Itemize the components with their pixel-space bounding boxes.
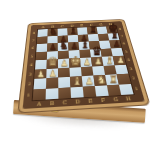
black-pawn: ♟ [112, 40, 119, 48]
square-g4: ♝ [102, 56, 115, 65]
square-e6: ♝ [78, 41, 89, 49]
square-d8: ♝ [67, 28, 77, 35]
square-f4: ♟ [91, 57, 103, 66]
white-king: ♚ [70, 55, 81, 67]
black-knight: ♞ [49, 27, 57, 36]
file-label: B [45, 99, 58, 107]
rank-label: 4 [124, 55, 133, 64]
white-pawn: ♟ [60, 59, 68, 68]
square-c3 [58, 67, 70, 77]
square-f8: ♜ [87, 27, 98, 34]
file-label: E [84, 97, 98, 105]
white-bishop: ♝ [72, 76, 82, 87]
white-queen: ♛ [47, 56, 58, 68]
black-bishop: ♝ [69, 26, 77, 35]
black-pawn: ♟ [49, 43, 56, 51]
square-b1 [46, 88, 59, 100]
square-h6: ♟ [109, 40, 121, 48]
square-d2: ♝ [70, 76, 83, 87]
square-d1 [70, 86, 83, 98]
white-pawn: ♟ [116, 56, 124, 65]
square-c6: ♞ [58, 42, 69, 50]
white-pawn: ♟ [83, 58, 91, 67]
square-c4: ♟ [58, 59, 70, 68]
file-label: D [71, 98, 84, 106]
black-rook: ♜ [89, 26, 96, 34]
square-h1 [119, 84, 134, 95]
white-pawn: ♟ [36, 69, 44, 78]
file-label: C [58, 98, 71, 106]
square-e4: ♟ [80, 57, 92, 66]
file-label: F [96, 96, 110, 104]
square-d6: ♟ [68, 42, 79, 50]
rank-label: 1 [24, 89, 33, 101]
white-pawn: ♟ [85, 77, 93, 86]
square-f2: ♞ [93, 75, 106, 86]
square-b3: ♟ [46, 68, 58, 78]
rank-label: 2 [25, 79, 34, 90]
white-bishop: ♝ [104, 55, 113, 65]
square-g2: ♜ [105, 74, 119, 85]
white-pawn: ♟ [48, 69, 56, 78]
square-e2: ♟ [82, 76, 95, 87]
square-h4: ♟ [113, 56, 126, 65]
black-pawn: ♟ [70, 42, 77, 50]
square-b6: ♟ [47, 43, 58, 51]
square-a1 [33, 88, 46, 100]
white-knight: ♞ [96, 74, 106, 85]
chess-board: ♞♝♜♚♟♟♜♟♞♟♝♟♛♛♟♚♟♟♝♟♟♟♝♟♞♜ [33, 26, 134, 100]
square-b8: ♞ [48, 29, 58, 36]
scene: ABCDEFGH ABCDEFGH 87654321 87654321 ♞♝♜♚… [0, 0, 160, 160]
square-f1 [95, 85, 109, 96]
board-frame: ABCDEFGH ABCDEFGH 87654321 87654321 ♞♝♜♚… [23, 21, 145, 109]
white-pawn: ♟ [94, 57, 102, 66]
product-photo: ABCDEFGH ABCDEFGH 87654321 87654321 ♞♝♜♚… [0, 0, 160, 160]
black-bishop: ♝ [80, 40, 89, 50]
file-label: G [109, 95, 123, 103]
file-label: A [32, 100, 45, 108]
square-d4: ♚ [69, 58, 81, 67]
square-c1 [58, 87, 71, 99]
square-a6 [36, 44, 47, 52]
rank-label: 3 [26, 69, 34, 79]
square-a2 [34, 78, 47, 89]
file-label: H [121, 95, 135, 103]
white-rook: ♜ [108, 75, 117, 85]
square-a3: ♟ [34, 69, 46, 79]
square-h3 [115, 64, 129, 74]
black-knight: ♞ [59, 41, 68, 51]
